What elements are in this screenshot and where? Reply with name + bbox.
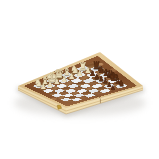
product-photo: ♜♞♝♛♚♝♞♟♟♟♟♟♟♟♜♞♝♛♚♝♞♟♟♟♟♟♟: [0, 0, 159, 159]
